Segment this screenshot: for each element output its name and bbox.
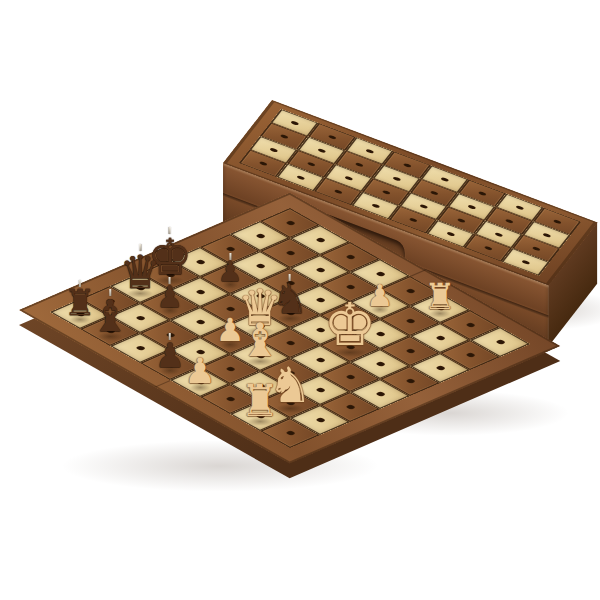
chess-set-product-photo: ♜♛♚♝♟♟♟♞♛♟♝♟♟♚♜♞♜ (0, 0, 600, 600)
brass-pin (109, 289, 111, 296)
brass-pin (289, 274, 291, 281)
dark-pawn: ♟ (157, 282, 184, 312)
rook-glyph: ♜ (240, 379, 279, 423)
brass-pin (79, 280, 81, 287)
light-pawn: ♟ (184, 354, 215, 389)
rook-glyph: ♜ (424, 279, 456, 315)
pawn-glyph: ♟ (155, 338, 185, 372)
bishop-glyph: ♝ (90, 294, 129, 338)
brass-pin (169, 333, 171, 340)
brass-pin (169, 227, 171, 234)
light-rook: ♜ (240, 379, 279, 423)
dark-pawn: ♟ (155, 338, 185, 372)
queen-glyph: ♛ (119, 249, 160, 295)
king-glyph: ♚ (324, 295, 377, 354)
brass-pin (229, 253, 231, 260)
pawn-glyph: ♟ (184, 354, 215, 389)
light-rook: ♜ (424, 279, 456, 315)
pawn-glyph: ♟ (157, 282, 184, 312)
brass-pin (169, 277, 171, 284)
dark-bishop: ♝ (90, 294, 129, 338)
brass-pin (139, 244, 141, 251)
light-king: ♚ (324, 295, 377, 354)
dark-queen: ♛ (119, 249, 160, 295)
